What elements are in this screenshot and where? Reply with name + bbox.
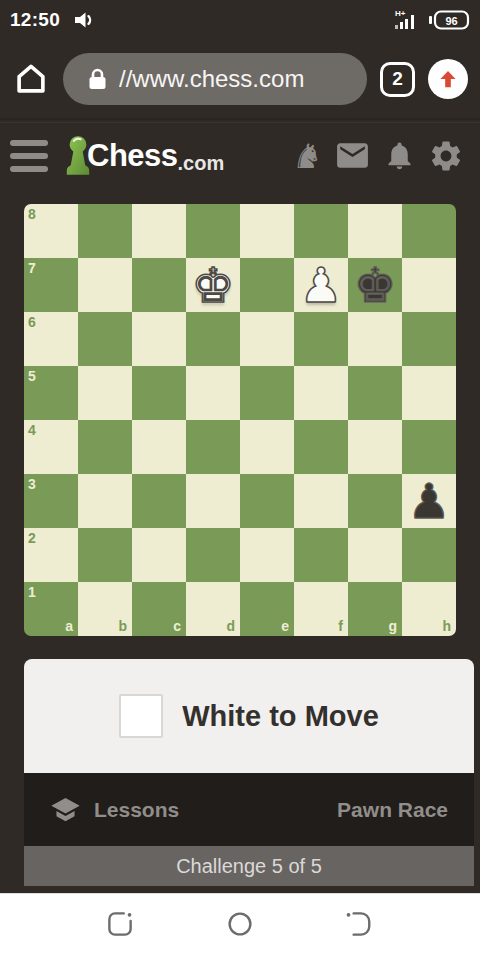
alerts-bell-icon[interactable]: [383, 139, 416, 172]
home-button-icon[interactable]: [225, 909, 255, 939]
square-b2[interactable]: [78, 528, 132, 582]
square-c6[interactable]: [132, 312, 186, 366]
square-f1[interactable]: f: [294, 582, 348, 636]
white-pawn[interactable]: ♟: [294, 258, 348, 312]
square-g7[interactable]: ♚: [348, 258, 402, 312]
brand-text: Chess: [87, 138, 178, 174]
square-d8[interactable]: [186, 204, 240, 258]
square-b5[interactable]: [78, 366, 132, 420]
square-h2[interactable]: [402, 528, 456, 582]
clock: 12:50: [10, 9, 60, 31]
rank-label-7: 7: [28, 260, 36, 276]
update-button[interactable]: [428, 59, 468, 99]
chess-board: 87♚♟♚6543♟21abcdefgh: [24, 204, 456, 636]
square-c4[interactable]: [132, 420, 186, 474]
lessons-label: Lessons: [94, 798, 179, 822]
square-a2[interactable]: 2: [24, 528, 78, 582]
square-c5[interactable]: [132, 366, 186, 420]
messages-envelope-icon[interactable]: [334, 137, 371, 174]
file-label-e: e: [281, 618, 289, 634]
rank-label-8: 8: [28, 206, 36, 222]
square-b3[interactable]: [78, 474, 132, 528]
battery-icon: 96: [428, 8, 470, 32]
square-d6[interactable]: [186, 312, 240, 366]
play-knight-icon[interactable]: ♞: [292, 139, 322, 173]
square-f3[interactable]: [294, 474, 348, 528]
svg-text:H+: H+: [395, 9, 406, 18]
file-label-g: g: [388, 618, 397, 634]
square-e6[interactable]: [240, 312, 294, 366]
file-label-f: f: [338, 618, 343, 634]
square-f2[interactable]: [294, 528, 348, 582]
square-d5[interactable]: [186, 366, 240, 420]
square-c1[interactable]: c: [132, 582, 186, 636]
status-bar: 12:50 H+: [0, 0, 480, 40]
tab-count: 2: [392, 68, 403, 90]
square-b8[interactable]: [78, 204, 132, 258]
challenge-progress-bar: Challenge 5 of 5: [24, 846, 474, 886]
rank-label-3: 3: [28, 476, 36, 492]
back-button-icon[interactable]: [343, 909, 373, 939]
lesson-title: Pawn Race: [337, 798, 448, 822]
recents-button-icon[interactable]: [105, 909, 135, 939]
square-c3[interactable]: [132, 474, 186, 528]
home-icon[interactable]: [12, 60, 50, 98]
square-a8[interactable]: 8: [24, 204, 78, 258]
square-h1[interactable]: h: [402, 582, 456, 636]
black-king[interactable]: ♚: [348, 258, 402, 312]
brand-suffix-text: .com: [178, 152, 225, 179]
up-arrow-icon: [435, 66, 461, 92]
square-g1[interactable]: g: [348, 582, 402, 636]
square-h4[interactable]: [402, 420, 456, 474]
white-turn-square: [119, 694, 163, 738]
square-e1[interactable]: e: [240, 582, 294, 636]
square-h8[interactable]: [402, 204, 456, 258]
rank-label-2: 2: [28, 530, 36, 546]
square-h5[interactable]: [402, 366, 456, 420]
square-e7[interactable]: [240, 258, 294, 312]
square-c7[interactable]: [132, 258, 186, 312]
file-label-a: a: [65, 618, 73, 634]
rank-label-4: 4: [28, 422, 36, 438]
browser-toolbar: //www.chess.com 2: [0, 40, 480, 120]
square-h7[interactable]: [402, 258, 456, 312]
battery-percent-text: 96: [445, 15, 457, 27]
site-header: Chess .com ♞: [0, 122, 480, 188]
square-g2[interactable]: [348, 528, 402, 582]
file-label-d: d: [226, 618, 235, 634]
square-a7[interactable]: 7: [24, 258, 78, 312]
square-f4[interactable]: [294, 420, 348, 474]
square-d7[interactable]: ♚: [186, 258, 240, 312]
square-h3[interactable]: ♟: [402, 474, 456, 528]
black-pawn[interactable]: ♟: [402, 474, 456, 528]
turn-indicator-panel: White to Move: [24, 659, 474, 773]
square-f7[interactable]: ♟: [294, 258, 348, 312]
square-b7[interactable]: [78, 258, 132, 312]
square-c8[interactable]: [132, 204, 186, 258]
square-g4[interactable]: [348, 420, 402, 474]
square-e8[interactable]: [240, 204, 294, 258]
square-f8[interactable]: [294, 204, 348, 258]
file-label-c: c: [173, 618, 181, 634]
square-f5[interactable]: [294, 366, 348, 420]
square-e4[interactable]: [240, 420, 294, 474]
square-a6[interactable]: 6: [24, 312, 78, 366]
chesscom-logo[interactable]: Chess .com: [62, 133, 224, 179]
settings-gear-icon[interactable]: [428, 138, 464, 174]
square-d4[interactable]: [186, 420, 240, 474]
square-d3[interactable]: [186, 474, 240, 528]
square-b4[interactable]: [78, 420, 132, 474]
square-g8[interactable]: [348, 204, 402, 258]
square-f6[interactable]: [294, 312, 348, 366]
square-a1[interactable]: 1a: [24, 582, 78, 636]
rank-label-6: 6: [28, 314, 36, 330]
square-c2[interactable]: [132, 528, 186, 582]
challenge-progress-label: Challenge 5 of 5: [176, 855, 322, 878]
tab-switcher-button[interactable]: 2: [380, 62, 415, 97]
square-h6[interactable]: [402, 312, 456, 366]
square-e2[interactable]: [240, 528, 294, 582]
rank-label-1: 1: [28, 584, 36, 600]
address-bar[interactable]: //www.chess.com: [63, 53, 367, 105]
signal-icon: H+: [394, 8, 422, 32]
square-g6[interactable]: [348, 312, 402, 366]
lesson-panel: White to Move Lessons Pawn Race Challeng…: [24, 659, 474, 886]
square-e3[interactable]: [240, 474, 294, 528]
lock-icon: [87, 67, 108, 91]
square-e5[interactable]: [240, 366, 294, 420]
lessons-bar: Lessons Pawn Race: [24, 773, 474, 846]
phone-screen: 12:50 H+: [0, 0, 480, 960]
file-label-h: h: [442, 618, 451, 634]
square-a5[interactable]: 5: [24, 366, 78, 420]
white-king[interactable]: ♚: [186, 258, 240, 312]
square-g3[interactable]: [348, 474, 402, 528]
url-text: //www.chess.com: [119, 65, 304, 93]
square-g5[interactable]: [348, 366, 402, 420]
square-b1[interactable]: b: [78, 582, 132, 636]
square-d1[interactable]: d: [186, 582, 240, 636]
turn-indicator-label: White to Move: [182, 700, 379, 733]
square-b6[interactable]: [78, 312, 132, 366]
speaker-icon: [72, 8, 96, 32]
menu-icon[interactable]: [10, 138, 48, 174]
rank-label-5: 5: [28, 368, 36, 384]
square-a3[interactable]: 3: [24, 474, 78, 528]
square-a4[interactable]: 4: [24, 420, 78, 474]
file-label-b: b: [118, 618, 127, 634]
square-d2[interactable]: [186, 528, 240, 582]
graduation-cap-icon: [50, 794, 81, 825]
lessons-link[interactable]: Lessons: [50, 794, 179, 825]
